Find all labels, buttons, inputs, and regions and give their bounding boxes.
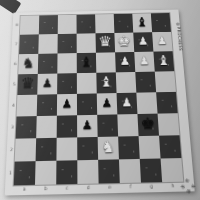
square-c8 <box>58 15 77 34</box>
square-d8 <box>77 14 96 33</box>
rank-label-5: 5 <box>13 83 16 87</box>
piece-black-pawn-b5: ♟ <box>42 77 53 89</box>
piece-white-pawn-h7: ♟ <box>157 35 168 46</box>
square-f4: ♟ <box>117 93 138 115</box>
piece-black-queen-a5: ♛ <box>20 76 35 91</box>
square-e8 <box>95 14 114 33</box>
rank-label-2: 2 <box>10 148 13 153</box>
square-g2 <box>139 136 161 159</box>
piece-white-pawn-f4: ♟ <box>121 97 132 109</box>
square-e2: ♞ <box>98 137 119 160</box>
piece-white-pawn-g7: ♟ <box>138 36 149 47</box>
square-e7: ♛ <box>96 33 116 53</box>
file-label-e: e <box>108 185 111 190</box>
square-g4 <box>136 92 157 114</box>
square-g1 <box>140 158 162 182</box>
square-f7: ♚ <box>114 33 134 53</box>
chessboard-photo: 87654321 ♝♛♚♟♟♞♝♟♟♝♛♟♝♟♟♟♟♚♞ abcdefgh ♔P… <box>0 0 200 200</box>
piece-black-pawn-c4: ♟ <box>62 98 73 110</box>
square-a2 <box>15 138 36 161</box>
file-label-f: f <box>130 185 132 190</box>
piece-white-pawn-g6: ♟ <box>139 55 150 66</box>
square-d1 <box>77 160 98 184</box>
file-label-g: g <box>150 184 153 189</box>
rank-label-3: 3 <box>11 125 14 130</box>
square-a4 <box>17 95 38 117</box>
logo-crown-east-icon: ♔ <box>190 183 196 188</box>
square-g5 <box>135 72 156 93</box>
square-f8 <box>114 14 134 33</box>
piece-white-pawn-f6: ♟ <box>120 56 131 67</box>
file-label-d: d <box>87 186 90 191</box>
piece-black-bishop-d6: ♝ <box>80 55 93 69</box>
square-d4 <box>77 93 97 115</box>
square-h5 <box>155 71 176 92</box>
square-g7: ♟ <box>133 32 153 52</box>
square-f1 <box>119 159 141 183</box>
logo-crown-south-icon: ♔ <box>185 188 190 194</box>
piece-black-pawn-d3: ♟ <box>82 119 93 131</box>
square-f2 <box>118 136 140 159</box>
square-c4: ♟ <box>57 94 77 116</box>
square-c7 <box>58 34 77 54</box>
square-a5: ♛ <box>17 74 37 95</box>
square-d2 <box>77 137 98 160</box>
square-c5 <box>57 73 77 94</box>
brand-edge-text: ♔PROCHESS <box>175 21 182 51</box>
square-b6 <box>38 53 58 73</box>
square-e1 <box>98 159 120 183</box>
piece-black-king-g3: ♚ <box>140 116 155 132</box>
square-a7 <box>19 34 39 54</box>
piece-white-knight-e2: ♞ <box>101 139 115 155</box>
square-b1 <box>35 161 56 185</box>
square-b5: ♟ <box>37 74 57 95</box>
square-b8 <box>39 15 58 34</box>
square-d3: ♟ <box>77 115 98 138</box>
square-a1 <box>14 161 36 185</box>
piece-white-king-f7: ♚ <box>117 34 131 48</box>
square-c6 <box>57 53 77 73</box>
square-h2 <box>159 135 181 158</box>
file-label-a: a <box>23 187 26 192</box>
logo-crown-north-icon: ♔ <box>185 178 190 184</box>
square-g8: ♝ <box>132 13 152 32</box>
square-d7 <box>77 33 96 53</box>
rank-label-6: 6 <box>14 62 17 66</box>
piece-white-queen-e7: ♛ <box>98 35 112 49</box>
piece-white-bishop-h6: ♝ <box>157 54 171 68</box>
square-h6: ♝ <box>153 51 174 71</box>
square-h4 <box>156 92 178 114</box>
square-h7: ♟ <box>152 32 172 52</box>
piece-black-bishop-g8: ♝ <box>135 16 148 29</box>
rank-label-8: 8 <box>16 23 19 27</box>
square-g6: ♟ <box>134 52 154 72</box>
logo-crown-west-icon: ♔ <box>180 184 186 189</box>
square-a3 <box>16 116 37 139</box>
brand-name: PROCHESS <box>176 27 183 51</box>
square-e5: ♝ <box>96 72 116 93</box>
chess-board: 87654321 ♝♛♚♟♟♞♝♟♟♝♛♟♝♟♟♟♟♚♞ abcdefgh ♔P… <box>5 10 195 196</box>
file-label-c: c <box>66 186 69 191</box>
rank-label-1: 1 <box>9 171 12 176</box>
square-c1 <box>56 160 77 184</box>
square-e6 <box>96 52 116 72</box>
square-e3 <box>97 114 118 137</box>
piece-black-pawn-e4: ♟ <box>101 97 112 109</box>
square-b3 <box>36 116 57 139</box>
square-h8 <box>151 13 171 32</box>
file-label-b: b <box>44 187 47 192</box>
compass-crowns-logo: ♔ ♔ ♔ ♔ <box>180 178 196 194</box>
square-a6: ♞ <box>18 54 38 74</box>
file-label-h: h <box>171 184 174 189</box>
square-c2 <box>56 137 77 160</box>
board-grid: ♝♛♚♟♟♞♝♟♟♝♛♟♝♟♟♟♟♚♞ <box>14 13 184 185</box>
square-f3 <box>117 114 138 137</box>
square-b7 <box>38 34 57 54</box>
rank-label-7: 7 <box>15 42 18 46</box>
rank-label-4: 4 <box>12 104 15 108</box>
square-b4 <box>37 94 57 116</box>
piece-black-knight-a6: ♞ <box>22 56 35 70</box>
square-d5 <box>77 73 97 94</box>
square-e4: ♟ <box>97 93 118 115</box>
square-b2 <box>36 138 57 161</box>
square-a8 <box>20 16 39 35</box>
square-h3 <box>158 113 180 135</box>
square-g3: ♚ <box>137 114 159 136</box>
piece-white-bishop-e5: ♝ <box>100 75 114 89</box>
square-f5 <box>116 72 137 93</box>
square-f6: ♟ <box>115 52 135 72</box>
square-d6: ♝ <box>77 53 97 73</box>
square-c3 <box>57 115 77 138</box>
board-perspective-wrap: 87654321 ♝♛♚♟♟♞♝♟♟♝♛♟♝♟♟♟♟♚♞ abcdefgh ♔P… <box>5 10 195 197</box>
